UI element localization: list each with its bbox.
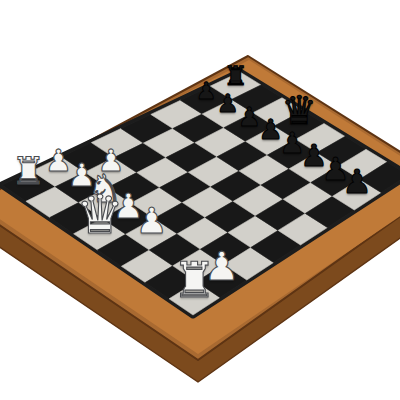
piece-white-rook-a1[interactable]: ♜ (12, 153, 46, 191)
chess-scene: ♜♟♟♛♟♟♟♟♟♟♟♜♟♟♞♟♛♟♟♜ (0, 0, 400, 400)
piece-white-pawn-e2[interactable]: ♟ (136, 203, 168, 239)
piece-black-rook-a8[interactable]: ♜ (224, 62, 248, 89)
piece-black-pawn-a7[interactable]: ♟ (196, 80, 217, 104)
piece-white-queen-d1[interactable]: ♛ (76, 188, 124, 241)
piece-black-pawn-b7[interactable]: ♟ (216, 92, 238, 117)
piece-white-rook-h1[interactable]: ♜ (173, 256, 217, 305)
chess-board (0, 0, 400, 400)
piece-black-queen-d8[interactable]: ♛ (282, 91, 317, 131)
piece-black-pawn-h7[interactable]: ♟ (342, 166, 372, 199)
